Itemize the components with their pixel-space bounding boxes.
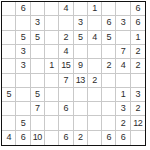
cell-r4c7-empty[interactable] xyxy=(88,45,102,59)
cell-r1c6-empty[interactable] xyxy=(74,2,88,16)
cell-r9c2-given[interactable]: 5 xyxy=(16,116,30,130)
cell-r3c2-given[interactable]: 5 xyxy=(16,31,30,45)
cell-r2c9-given[interactable]: 3 xyxy=(116,16,130,30)
cell-r6c6-given[interactable]: 13 xyxy=(74,74,88,88)
cell-r5c1-empty[interactable] xyxy=(2,59,16,73)
cell-r5c4-given[interactable]: 1 xyxy=(45,59,59,73)
cell-r2c2-empty[interactable] xyxy=(16,16,30,30)
cell-r5c5-given[interactable]: 15 xyxy=(59,59,73,73)
cell-r1c2-given[interactable]: 6 xyxy=(16,2,30,16)
cell-r10c8-given[interactable]: 6 xyxy=(102,131,116,145)
cell-r9c4-empty[interactable] xyxy=(45,116,59,130)
cell-r8c4-empty[interactable] xyxy=(45,102,59,116)
cell-r4c4-empty[interactable] xyxy=(45,45,59,59)
cell-r5c3-empty[interactable] xyxy=(31,59,45,73)
cell-r10c5-given[interactable]: 6 xyxy=(59,131,73,145)
cell-r8c5-given[interactable]: 6 xyxy=(59,102,73,116)
cell-r2c4-empty[interactable] xyxy=(45,16,59,30)
cell-r3c1-empty[interactable] xyxy=(2,31,16,45)
cell-r7c6-empty[interactable] xyxy=(74,88,88,102)
cell-r9c9-given[interactable]: 2 xyxy=(116,116,130,130)
cell-r9c5-empty[interactable] xyxy=(59,116,73,130)
cell-r4c9-given[interactable]: 7 xyxy=(116,45,130,59)
cell-r5c9-given[interactable]: 4 xyxy=(116,59,130,73)
cell-r7c2-empty[interactable] xyxy=(16,88,30,102)
cell-r10c2-given[interactable]: 6 xyxy=(16,131,30,145)
cell-r6c10-empty[interactable] xyxy=(131,74,145,88)
cell-r6c9-empty[interactable] xyxy=(116,74,130,88)
cell-r6c7-given[interactable]: 2 xyxy=(88,74,102,88)
cell-r9c1-empty[interactable] xyxy=(2,116,16,130)
cell-r8c2-empty[interactable] xyxy=(16,102,30,116)
cell-r8c6-empty[interactable] xyxy=(74,102,88,116)
cell-r7c4-empty[interactable] xyxy=(45,88,59,102)
cell-r5c10-given[interactable]: 2 xyxy=(131,59,145,73)
cell-r1c8-empty[interactable] xyxy=(102,2,116,16)
cell-r1c3-empty[interactable] xyxy=(31,2,45,16)
cell-r7c5-empty[interactable] xyxy=(59,88,73,102)
cell-r1c4-empty[interactable] xyxy=(45,2,59,16)
cell-r4c8-empty[interactable] xyxy=(102,45,116,59)
cell-r10c4-empty[interactable] xyxy=(45,131,59,145)
cell-r4c1-empty[interactable] xyxy=(2,45,16,59)
cell-r2c6-given[interactable]: 3 xyxy=(74,16,88,30)
cell-r9c6-empty[interactable] xyxy=(74,116,88,130)
cell-r2c3-given[interactable]: 3 xyxy=(31,16,45,30)
cell-r4c3-empty[interactable] xyxy=(31,45,45,59)
cell-r1c10-given[interactable]: 6 xyxy=(131,2,145,16)
cell-r1c7-given[interactable]: 1 xyxy=(88,2,102,16)
cell-r8c10-given[interactable]: 2 xyxy=(131,102,145,116)
cell-r6c3-empty[interactable] xyxy=(31,74,45,88)
cell-r3c8-given[interactable]: 5 xyxy=(102,31,116,45)
cell-r3c4-empty[interactable] xyxy=(45,31,59,45)
cell-r9c3-empty[interactable] xyxy=(31,116,45,130)
cell-r9c7-empty[interactable] xyxy=(88,116,102,130)
cell-r7c9-given[interactable]: 1 xyxy=(116,88,130,102)
cell-r6c1-empty[interactable] xyxy=(2,74,16,88)
cell-r10c9-given[interactable]: 6 xyxy=(116,131,130,145)
cell-r5c8-given[interactable]: 2 xyxy=(102,59,116,73)
cell-r3c9-empty[interactable] xyxy=(116,31,130,45)
cell-r8c1-empty[interactable] xyxy=(2,102,16,116)
cell-r9c10-given[interactable]: 12 xyxy=(131,116,145,130)
cell-r8c8-empty[interactable] xyxy=(102,102,116,116)
cell-r4c5-given[interactable]: 4 xyxy=(59,45,73,59)
cell-r10c1-given[interactable]: 4 xyxy=(2,131,16,145)
cell-r3c7-given[interactable]: 4 xyxy=(88,31,102,45)
cell-r10c3-given[interactable]: 10 xyxy=(31,131,45,145)
cell-r3c6-given[interactable]: 5 xyxy=(74,31,88,45)
cell-r1c1-empty[interactable] xyxy=(2,2,16,16)
cell-r4c2-given[interactable]: 3 xyxy=(16,45,30,59)
cell-r5c6-given[interactable]: 9 xyxy=(74,59,88,73)
cell-r3c3-given[interactable]: 5 xyxy=(31,31,45,45)
cell-r6c8-empty[interactable] xyxy=(102,74,116,88)
cell-r2c10-given[interactable]: 6 xyxy=(131,16,145,30)
cell-r10c10-empty[interactable] xyxy=(131,131,145,145)
cell-r1c5-given[interactable]: 4 xyxy=(59,2,73,16)
cell-r7c1-given[interactable]: 5 xyxy=(2,88,16,102)
cell-r6c4-empty[interactable] xyxy=(45,74,59,88)
cell-r1c9-empty[interactable] xyxy=(116,2,130,16)
cell-r6c2-empty[interactable] xyxy=(16,74,30,88)
puzzle-screenshot: 6416336365525451347231159242713255137632… xyxy=(0,0,150,150)
cell-r9c8-empty[interactable] xyxy=(102,116,116,130)
cell-r8c3-given[interactable]: 7 xyxy=(31,102,45,116)
cell-r10c7-empty[interactable] xyxy=(88,131,102,145)
cell-r10c6-given[interactable]: 2 xyxy=(74,131,88,145)
cell-r5c7-empty[interactable] xyxy=(88,59,102,73)
cell-r2c8-given[interactable]: 6 xyxy=(102,16,116,30)
cell-r4c6-empty[interactable] xyxy=(74,45,88,59)
cell-r7c3-given[interactable]: 5 xyxy=(31,88,45,102)
cell-r3c10-given[interactable]: 1 xyxy=(131,31,145,45)
cell-r2c5-empty[interactable] xyxy=(59,16,73,30)
cell-r6c5-given[interactable]: 7 xyxy=(59,74,73,88)
cell-r8c9-given[interactable]: 3 xyxy=(116,102,130,116)
cell-r7c8-empty[interactable] xyxy=(102,88,116,102)
cell-r5c2-given[interactable]: 3 xyxy=(16,59,30,73)
cell-r7c7-empty[interactable] xyxy=(88,88,102,102)
cell-r2c7-empty[interactable] xyxy=(88,16,102,30)
cell-r3c5-given[interactable]: 2 xyxy=(59,31,73,45)
cell-r7c10-given[interactable]: 3 xyxy=(131,88,145,102)
puzzle-grid: 6416336365525451347231159242713255137632… xyxy=(1,1,146,146)
cell-r8c7-empty[interactable] xyxy=(88,102,102,116)
cell-r4c10-given[interactable]: 2 xyxy=(131,45,145,59)
cell-r2c1-empty[interactable] xyxy=(2,16,16,30)
